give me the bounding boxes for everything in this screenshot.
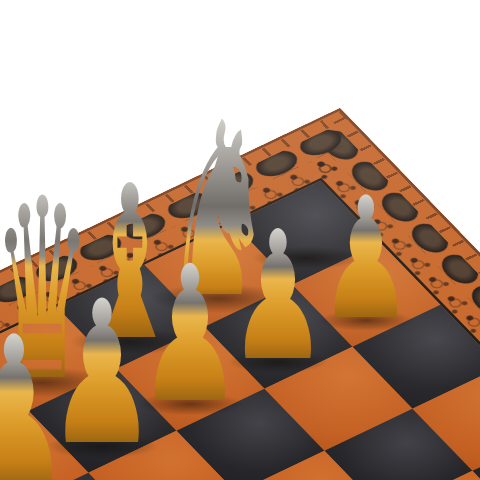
photo-stage: ♜♞♝♛♟♟♟♟♟ xyxy=(0,0,480,480)
pawn-glyph: ♟ xyxy=(0,310,71,480)
pawn-glyph: ♟ xyxy=(229,208,328,386)
pawn-glyph: ♟ xyxy=(320,175,413,343)
